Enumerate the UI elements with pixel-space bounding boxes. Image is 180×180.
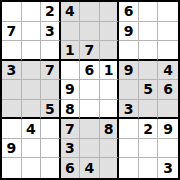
given-digit: 4 [163, 63, 173, 77]
sudoku-cell-r1c5[interactable] [100, 22, 120, 42]
sudoku-cell-r8c8[interactable]: 3 [158, 158, 178, 178]
sudoku-cell-r6c8[interactable]: 9 [158, 119, 178, 139]
sudoku-cell-r2c5[interactable] [100, 41, 120, 61]
sudoku-cell-r7c6[interactable] [119, 139, 139, 159]
sudoku-cell-r1c2[interactable]: 3 [41, 22, 61, 42]
sudoku-cell-r1c4[interactable] [80, 22, 100, 42]
given-digit: 3 [65, 141, 75, 155]
sudoku-cell-r5c4[interactable] [80, 100, 100, 120]
sudoku-cell-r0c8[interactable] [158, 2, 178, 22]
given-digit: 4 [26, 122, 36, 136]
sudoku-cell-r7c7[interactable] [139, 139, 159, 159]
sudoku-cell-r3c7[interactable] [139, 61, 159, 81]
given-digit: 6 [85, 63, 95, 77]
sudoku-cell-r1c8[interactable] [158, 22, 178, 42]
sudoku-cell-r5c6[interactable]: 3 [119, 100, 139, 120]
sudoku-cell-r0c0[interactable] [2, 2, 22, 22]
given-digit: 3 [124, 102, 134, 116]
sudoku-cell-r7c5[interactable] [100, 139, 120, 159]
sudoku-cell-r8c1[interactable] [22, 158, 42, 178]
sudoku-cell-r7c3[interactable]: 3 [61, 139, 81, 159]
sudoku-cell-r8c4[interactable]: 4 [80, 158, 100, 178]
sudoku-cell-r6c0[interactable] [2, 119, 22, 139]
sudoku-puzzle: 246739173761949565834782993643 [0, 0, 180, 180]
sudoku-cell-r0c6[interactable]: 6 [119, 2, 139, 22]
given-digit: 3 [6, 63, 16, 77]
sudoku-cell-r2c0[interactable] [2, 41, 22, 61]
given-digit: 9 [65, 82, 75, 96]
given-digit: 9 [124, 24, 134, 38]
sudoku-cell-r6c2[interactable] [41, 119, 61, 139]
given-digit: 7 [65, 122, 75, 136]
sudoku-cell-r4c4[interactable] [80, 80, 100, 100]
given-digit: 8 [65, 102, 75, 116]
sudoku-cell-r5c7[interactable] [139, 100, 159, 120]
sudoku-cell-r4c8[interactable]: 6 [158, 80, 178, 100]
sudoku-cell-r6c5[interactable]: 8 [100, 119, 120, 139]
sudoku-cell-r8c0[interactable] [2, 158, 22, 178]
sudoku-cell-r2c1[interactable] [22, 41, 42, 61]
sudoku-cell-r8c2[interactable] [41, 158, 61, 178]
sudoku-cell-r3c0[interactable]: 3 [2, 61, 22, 81]
given-digit: 9 [6, 141, 16, 155]
given-digit: 4 [85, 161, 95, 175]
sudoku-cell-r0c2[interactable]: 2 [41, 2, 61, 22]
given-digit: 7 [6, 24, 16, 38]
sudoku-cell-r6c3[interactable]: 7 [61, 119, 81, 139]
given-digit: 8 [104, 122, 114, 136]
sudoku-cell-r5c2[interactable]: 5 [41, 100, 61, 120]
given-digit: 6 [124, 4, 134, 18]
sudoku-board: 246739173761949565834782993643 [0, 0, 180, 180]
sudoku-cell-r5c1[interactable] [22, 100, 42, 120]
given-digit: 7 [85, 43, 95, 57]
given-digit: 6 [163, 82, 173, 96]
sudoku-cell-r8c6[interactable] [119, 158, 139, 178]
sudoku-cell-r7c8[interactable] [158, 139, 178, 159]
sudoku-cell-r7c4[interactable] [80, 139, 100, 159]
sudoku-cell-r0c3[interactable]: 4 [61, 2, 81, 22]
sudoku-cell-r2c3[interactable]: 1 [61, 41, 81, 61]
given-digit: 7 [45, 63, 55, 77]
sudoku-cell-r1c7[interactable] [139, 22, 159, 42]
sudoku-cell-r4c2[interactable] [41, 80, 61, 100]
sudoku-cell-r6c7[interactable]: 2 [139, 119, 159, 139]
sudoku-cell-r5c5[interactable] [100, 100, 120, 120]
sudoku-cell-r5c3[interactable]: 8 [61, 100, 81, 120]
sudoku-cell-r2c4[interactable]: 7 [80, 41, 100, 61]
given-digit: 6 [65, 161, 75, 175]
sudoku-cell-r8c5[interactable] [100, 158, 120, 178]
sudoku-cell-r6c1[interactable]: 4 [22, 119, 42, 139]
sudoku-cell-r0c1[interactable] [22, 2, 42, 22]
sudoku-cell-r6c6[interactable] [119, 119, 139, 139]
sudoku-cell-r5c0[interactable] [2, 100, 22, 120]
given-digit: 5 [143, 82, 153, 96]
sudoku-cell-r2c7[interactable] [139, 41, 159, 61]
given-digit: 4 [65, 4, 75, 18]
sudoku-cell-r8c3[interactable]: 6 [61, 158, 81, 178]
sudoku-cell-r3c8[interactable]: 4 [158, 61, 178, 81]
sudoku-cell-r0c7[interactable] [139, 2, 159, 22]
sudoku-cell-r3c2[interactable]: 7 [41, 61, 61, 81]
given-digit: 5 [45, 102, 55, 116]
sudoku-cell-r1c1[interactable] [22, 22, 42, 42]
sudoku-cell-r4c0[interactable] [2, 80, 22, 100]
sudoku-cell-r2c8[interactable] [158, 41, 178, 61]
sudoku-cell-r0c5[interactable] [100, 2, 120, 22]
sudoku-cell-r4c6[interactable] [119, 80, 139, 100]
sudoku-cell-r4c3[interactable]: 9 [61, 80, 81, 100]
sudoku-cell-r3c5[interactable]: 1 [100, 61, 120, 81]
sudoku-cell-r2c6[interactable] [119, 41, 139, 61]
sudoku-cell-r4c7[interactable]: 5 [139, 80, 159, 100]
given-digit: 9 [163, 122, 173, 136]
given-digit: 2 [45, 4, 55, 18]
given-digit: 2 [143, 122, 153, 136]
given-digit: 9 [124, 63, 134, 77]
sudoku-cell-r1c6[interactable]: 9 [119, 22, 139, 42]
sudoku-cell-r7c0[interactable]: 9 [2, 139, 22, 159]
given-digit: 3 [45, 24, 55, 38]
sudoku-cell-r3c6[interactable]: 9 [119, 61, 139, 81]
sudoku-cell-r3c3[interactable] [61, 61, 81, 81]
sudoku-cell-r4c5[interactable] [100, 80, 120, 100]
sudoku-cell-r0c4[interactable] [80, 2, 100, 22]
given-digit: 1 [65, 43, 75, 57]
sudoku-cell-r3c1[interactable] [22, 61, 42, 81]
sudoku-cell-r7c1[interactable] [22, 139, 42, 159]
sudoku-cell-r1c0[interactable]: 7 [2, 22, 22, 42]
sudoku-cell-r3c4[interactable]: 6 [80, 61, 100, 81]
sudoku-cell-r8c7[interactable] [139, 158, 159, 178]
sudoku-cell-r2c2[interactable] [41, 41, 61, 61]
sudoku-cell-r6c4[interactable] [80, 119, 100, 139]
sudoku-cell-r1c3[interactable] [61, 22, 81, 42]
given-digit: 1 [104, 63, 114, 77]
sudoku-cell-r5c8[interactable] [158, 100, 178, 120]
sudoku-cell-r4c1[interactable] [22, 80, 42, 100]
sudoku-cell-r7c2[interactable] [41, 139, 61, 159]
given-digit: 3 [163, 161, 173, 175]
